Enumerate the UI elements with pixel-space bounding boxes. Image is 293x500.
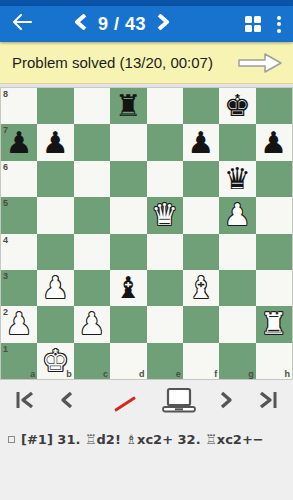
piece-bp-b7: ♟ (37, 124, 73, 160)
square-e1[interactable]: e (147, 343, 183, 379)
piece-bb-d3: ♝ (110, 270, 146, 306)
file-label-a: a (30, 369, 35, 379)
square-b1[interactable]: b♚ (37, 343, 73, 379)
square-h6[interactable] (256, 161, 292, 197)
square-c4[interactable] (74, 234, 110, 270)
square-d4[interactable] (110, 234, 146, 270)
piece-wp-c2: ♟ (74, 306, 110, 342)
laptop-icon (160, 387, 198, 418)
square-g2[interactable] (219, 306, 255, 342)
puzzle-nav: 9 / 43 (74, 14, 170, 35)
skip-to-first-button[interactable] (14, 390, 36, 414)
square-g6[interactable]: ♛ (219, 161, 255, 197)
skip-last-icon (257, 390, 279, 414)
square-f5[interactable] (183, 197, 219, 233)
rank-label-4: 4 (3, 235, 8, 245)
square-g7[interactable] (219, 124, 255, 160)
square-f6[interactable] (183, 161, 219, 197)
move-text: [#1] 31. ♖d2! ♗xc2+ 32. ♖xc2+− (21, 432, 264, 447)
square-a8[interactable]: 8 (1, 88, 37, 124)
square-d5[interactable] (110, 197, 146, 233)
square-b3[interactable]: ♟ (37, 270, 73, 306)
file-label-g: g (248, 369, 254, 379)
chevron-right-icon (220, 390, 234, 414)
square-h4[interactable] (256, 234, 292, 270)
piece-bp-a7: ♟ (1, 124, 37, 160)
square-a6[interactable]: 6 (1, 161, 37, 197)
computer-play-button[interactable] (160, 387, 198, 418)
square-e7[interactable] (147, 124, 183, 160)
piece-br-d8: ♜ (110, 88, 146, 124)
square-a2[interactable]: 2♟ (1, 306, 37, 342)
square-c8[interactable] (74, 88, 110, 124)
square-g3[interactable] (219, 270, 255, 306)
square-d6[interactable] (110, 161, 146, 197)
chess-board: 8♜♚7♟♟♟♟6♛5♛♟43♟♝♝2♟♟♜1ab♚cdefgh (0, 87, 293, 380)
square-e3[interactable] (147, 270, 183, 306)
square-g8[interactable]: ♚ (219, 88, 255, 124)
square-h2[interactable]: ♜ (256, 306, 292, 342)
piece-wp-b3: ♟ (37, 270, 73, 306)
square-g4[interactable] (219, 234, 255, 270)
square-e8[interactable] (147, 88, 183, 124)
arrow-left-icon (12, 14, 32, 34)
back-button[interactable] (0, 14, 44, 34)
square-a7[interactable]: 7♟ (1, 124, 37, 160)
rank-label-8: 8 (3, 89, 8, 99)
next-move-button[interactable] (220, 390, 234, 414)
square-e6[interactable] (147, 161, 183, 197)
square-b5[interactable] (37, 197, 73, 233)
toolbar (0, 380, 293, 424)
piece-bq-g6: ♛ (219, 161, 255, 197)
square-b7[interactable]: ♟ (37, 124, 73, 160)
piece-wb-f3: ♝ (183, 270, 219, 306)
square-d2[interactable] (110, 306, 146, 342)
square-h8[interactable] (256, 88, 292, 124)
piece-wp-a2: ♟ (1, 306, 37, 342)
square-c1[interactable]: c (74, 343, 110, 379)
square-e5[interactable]: ♛ (147, 197, 183, 233)
engine-strength-button[interactable] (95, 392, 137, 413)
file-label-e: e (176, 369, 181, 379)
rank-label-3: 3 (3, 271, 8, 281)
rank-label-6: 6 (3, 162, 8, 172)
square-h7[interactable]: ♟ (256, 124, 292, 160)
square-d7[interactable] (110, 124, 146, 160)
app-bar-actions (245, 16, 293, 33)
app-window: 9 / 43 Problem solved (13/20, 00:07) 8♜♚… (0, 0, 293, 500)
square-f4[interactable] (183, 234, 219, 270)
gauge-icon (95, 392, 137, 413)
result-text: Problem solved (13/20, 00:07) (12, 54, 213, 71)
piece-wr-h2: ♜ (256, 306, 292, 342)
skip-first-icon (14, 390, 36, 414)
square-g1[interactable]: g (219, 343, 255, 379)
square-b2[interactable] (37, 306, 73, 342)
piece-wp-g5: ♟ (219, 197, 255, 233)
puzzle-counter: 9 / 43 (98, 14, 146, 35)
square-h1[interactable]: h (256, 343, 292, 379)
rank-label-5: 5 (3, 198, 8, 208)
piece-bp-h7: ♟ (256, 124, 292, 160)
next-puzzle-button[interactable] (157, 14, 170, 34)
next-problem-arrow-icon[interactable] (237, 52, 283, 74)
square-c2[interactable]: ♟ (74, 306, 110, 342)
square-f8[interactable] (183, 88, 219, 124)
square-f3[interactable]: ♝ (183, 270, 219, 306)
move-bullet-icon (8, 436, 15, 443)
square-e4[interactable] (147, 234, 183, 270)
square-f2[interactable] (183, 306, 219, 342)
square-a3[interactable]: 3 (1, 270, 37, 306)
square-c6[interactable] (74, 161, 110, 197)
file-label-f: f (214, 369, 217, 379)
app-bar: 9 / 43 (0, 6, 293, 42)
move-list[interactable]: [#1] 31. ♖d2! ♗xc2+ 32. ♖xc2+− (0, 424, 293, 447)
chevron-left-icon (59, 390, 73, 414)
square-d1[interactable]: d (110, 343, 146, 379)
square-a1[interactable]: 1a (1, 343, 37, 379)
square-e2[interactable] (147, 306, 183, 342)
piece-bk-g8: ♚ (219, 88, 255, 124)
square-b4[interactable] (37, 234, 73, 270)
square-d3[interactable]: ♝ (110, 270, 146, 306)
piece-wk-b1: ♚ (37, 343, 73, 379)
rank-label-1: 1 (3, 344, 8, 354)
piece-wq-e5: ♛ (147, 197, 183, 233)
square-c7[interactable] (74, 124, 110, 160)
square-h5[interactable] (256, 197, 292, 233)
overflow-menu-icon[interactable] (277, 16, 281, 33)
square-g5[interactable]: ♟ (219, 197, 255, 233)
file-label-d: d (139, 369, 145, 379)
piece-bp-f7: ♟ (183, 124, 219, 160)
file-label-h: h (285, 369, 291, 379)
square-c5[interactable] (74, 197, 110, 233)
skip-to-last-button[interactable] (257, 390, 279, 414)
square-a4[interactable]: 4 (1, 234, 37, 270)
square-d8[interactable]: ♜ (110, 88, 146, 124)
square-c3[interactable] (74, 270, 110, 306)
square-a5[interactable]: 5 (1, 197, 37, 233)
square-h3[interactable] (256, 270, 292, 306)
result-banner: Problem solved (13/20, 00:07) (0, 42, 293, 84)
square-f1[interactable]: f (183, 343, 219, 379)
square-b6[interactable] (37, 161, 73, 197)
previous-move-button[interactable] (59, 390, 73, 414)
file-label-c: c (103, 369, 108, 379)
square-f7[interactable]: ♟ (183, 124, 219, 160)
grid-view-icon[interactable] (245, 16, 261, 32)
square-b8[interactable] (37, 88, 73, 124)
prev-puzzle-button[interactable] (74, 14, 87, 34)
